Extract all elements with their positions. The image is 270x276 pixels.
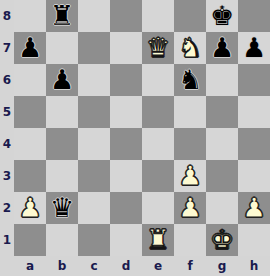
- white-pawn-f3[interactable]: ♟: [178, 160, 202, 192]
- square-g1[interactable]: ♚: [206, 224, 238, 256]
- rank-label-2: 2: [0, 192, 14, 224]
- white-pawn-f2[interactable]: ♟: [178, 192, 202, 224]
- square-e3[interactable]: [142, 160, 174, 192]
- black-pawn-b6[interactable]: ♟: [50, 64, 74, 96]
- square-d8[interactable]: [110, 0, 142, 32]
- rank-labels: 87654321: [0, 0, 14, 256]
- rank-label-1: 1: [0, 224, 14, 256]
- square-d3[interactable]: [110, 160, 142, 192]
- square-f8[interactable]: [174, 0, 206, 32]
- square-b8[interactable]: ♜: [46, 0, 78, 32]
- square-a8[interactable]: [14, 0, 46, 32]
- black-king-g8[interactable]: ♚: [210, 0, 234, 32]
- rank-label-8: 8: [0, 0, 14, 32]
- square-e7[interactable]: ♛: [142, 32, 174, 64]
- square-c8[interactable]: [78, 0, 110, 32]
- square-a6[interactable]: [14, 64, 46, 96]
- rank-label-4: 4: [0, 128, 14, 160]
- rank-label-6: 6: [0, 64, 14, 96]
- square-h4[interactable]: [238, 128, 270, 160]
- rank-label-5: 5: [0, 96, 14, 128]
- square-c1[interactable]: [78, 224, 110, 256]
- white-pawn-h2[interactable]: ♟: [242, 192, 266, 224]
- square-f6[interactable]: ♞: [174, 64, 206, 96]
- square-g2[interactable]: [206, 192, 238, 224]
- white-knight-f7[interactable]: ♞: [178, 32, 202, 64]
- chess-board: ♜♚♟♛♞♟♟♟♞♟♟♛♟♟♜♚: [14, 0, 270, 256]
- white-pawn-a2[interactable]: ♟: [18, 192, 42, 224]
- black-pawn-a7[interactable]: ♟: [18, 32, 42, 64]
- square-e2[interactable]: [142, 192, 174, 224]
- square-g8[interactable]: ♚: [206, 0, 238, 32]
- square-a3[interactable]: [14, 160, 46, 192]
- square-e6[interactable]: [142, 64, 174, 96]
- square-b4[interactable]: [46, 128, 78, 160]
- square-a7[interactable]: ♟: [14, 32, 46, 64]
- square-h5[interactable]: [238, 96, 270, 128]
- square-d1[interactable]: [110, 224, 142, 256]
- square-f5[interactable]: [174, 96, 206, 128]
- square-c2[interactable]: [78, 192, 110, 224]
- square-e5[interactable]: [142, 96, 174, 128]
- square-f2[interactable]: ♟: [174, 192, 206, 224]
- file-label-f: f: [174, 256, 206, 276]
- square-d7[interactable]: [110, 32, 142, 64]
- square-c5[interactable]: [78, 96, 110, 128]
- square-g3[interactable]: [206, 160, 238, 192]
- square-h1[interactable]: [238, 224, 270, 256]
- square-e4[interactable]: [142, 128, 174, 160]
- square-h6[interactable]: [238, 64, 270, 96]
- square-c7[interactable]: [78, 32, 110, 64]
- square-c3[interactable]: [78, 160, 110, 192]
- square-c4[interactable]: [78, 128, 110, 160]
- file-label-g: g: [206, 256, 238, 276]
- square-a2[interactable]: ♟: [14, 192, 46, 224]
- square-b7[interactable]: [46, 32, 78, 64]
- square-a1[interactable]: [14, 224, 46, 256]
- square-d2[interactable]: [110, 192, 142, 224]
- square-g7[interactable]: ♟: [206, 32, 238, 64]
- file-label-a: a: [14, 256, 46, 276]
- square-b6[interactable]: ♟: [46, 64, 78, 96]
- square-g4[interactable]: [206, 128, 238, 160]
- file-label-e: e: [142, 256, 174, 276]
- black-pawn-g7[interactable]: ♟: [210, 32, 234, 64]
- square-d4[interactable]: [110, 128, 142, 160]
- square-h8[interactable]: [238, 0, 270, 32]
- square-h3[interactable]: [238, 160, 270, 192]
- square-b5[interactable]: [46, 96, 78, 128]
- square-g5[interactable]: [206, 96, 238, 128]
- white-king-g1[interactable]: ♚: [210, 224, 234, 256]
- square-g6[interactable]: [206, 64, 238, 96]
- square-a5[interactable]: [14, 96, 46, 128]
- file-label-h: h: [238, 256, 270, 276]
- square-f4[interactable]: [174, 128, 206, 160]
- square-c6[interactable]: [78, 64, 110, 96]
- square-e1[interactable]: ♜: [142, 224, 174, 256]
- rank-label-3: 3: [0, 160, 14, 192]
- white-queen-e7[interactable]: ♛: [146, 32, 170, 64]
- black-rook-b8[interactable]: ♜: [50, 0, 74, 32]
- square-d5[interactable]: [110, 96, 142, 128]
- square-h2[interactable]: ♟: [238, 192, 270, 224]
- file-labels: abcdefgh: [14, 256, 270, 276]
- square-f3[interactable]: ♟: [174, 160, 206, 192]
- square-f7[interactable]: ♞: [174, 32, 206, 64]
- square-b1[interactable]: [46, 224, 78, 256]
- square-e8[interactable]: [142, 0, 174, 32]
- square-b2[interactable]: ♛: [46, 192, 78, 224]
- black-queen-b2[interactable]: ♛: [50, 192, 74, 224]
- black-pawn-h7[interactable]: ♟: [242, 32, 266, 64]
- square-h7[interactable]: ♟: [238, 32, 270, 64]
- square-f1[interactable]: [174, 224, 206, 256]
- square-a4[interactable]: [14, 128, 46, 160]
- rank-label-7: 7: [0, 32, 14, 64]
- file-label-c: c: [78, 256, 110, 276]
- square-d6[interactable]: [110, 64, 142, 96]
- chess-diagram: 87654321 ♜♚♟♛♞♟♟♟♞♟♟♛♟♟♜♚ abcdefgh: [0, 0, 270, 276]
- file-label-b: b: [46, 256, 78, 276]
- black-knight-f6[interactable]: ♞: [178, 64, 202, 96]
- file-label-d: d: [110, 256, 142, 276]
- white-rook-e1[interactable]: ♜: [146, 224, 170, 256]
- square-b3[interactable]: [46, 160, 78, 192]
